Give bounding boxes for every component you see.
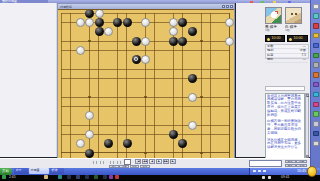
stone-black xyxy=(85,149,94,158)
stone-white xyxy=(225,18,234,27)
tray-icon-1[interactable] xyxy=(253,170,256,173)
info-row: 用时— xyxy=(266,58,308,63)
go-board[interactable] xyxy=(58,9,234,159)
status-app-icon xyxy=(67,175,71,179)
black-player-clock: 10:00 xyxy=(265,35,286,41)
toolbar-icon[interactable] xyxy=(313,141,319,147)
stone-black xyxy=(188,27,197,36)
toolbar-icon[interactable] xyxy=(313,82,319,88)
stone-white xyxy=(95,9,104,18)
white-clock-icon xyxy=(289,38,292,41)
white-player-avatar[interactable] xyxy=(285,7,302,24)
game-info-list: 手数—规则中国贴目7.5用时— xyxy=(265,44,309,59)
tray-icon-3[interactable] xyxy=(263,170,266,173)
status-right-text: 09:41 xyxy=(281,175,290,181)
toolbar-icon[interactable] xyxy=(313,102,319,108)
floating-ball-icon[interactable] xyxy=(307,166,318,177)
status-green-icon xyxy=(2,175,6,179)
black-player-rank: 5段 xyxy=(265,29,285,33)
toolbar-icon[interactable] xyxy=(313,131,319,137)
stone-white xyxy=(85,130,94,139)
stone-white xyxy=(169,18,178,27)
stone-black xyxy=(123,18,132,27)
stone-black xyxy=(169,130,178,139)
screen: 围棋对局室 对局棋盘 黑·棋手 白·棋手 5段 5段 10:00 10:00 手… xyxy=(0,0,320,180)
stone-black xyxy=(132,37,141,46)
start-button[interactable]: 开始 xyxy=(0,168,12,175)
black-clock-icon xyxy=(267,38,270,41)
toolbar-icon[interactable] xyxy=(313,72,319,78)
status-app-icon xyxy=(109,175,113,179)
stone-black xyxy=(188,74,197,83)
maximize-icon[interactable] xyxy=(226,5,229,8)
toolbar-icon[interactable] xyxy=(313,92,319,98)
chat-scrollbar[interactable]: ▲ ▼ xyxy=(305,93,309,160)
white-player-rank: 5段 xyxy=(285,29,305,33)
task-button[interactable]: 棋谱 xyxy=(50,168,64,173)
stone-black xyxy=(95,27,104,36)
toolbar-icon[interactable] xyxy=(313,62,319,68)
nav-button[interactable]: ▶ xyxy=(156,159,162,164)
info-label: 用时 xyxy=(267,58,273,62)
stone-black xyxy=(132,55,141,64)
status-network-icon xyxy=(268,176,271,179)
status-app-icon xyxy=(85,175,89,179)
status-app-icon xyxy=(58,175,62,179)
chat-input[interactable] xyxy=(249,160,282,167)
stone-black xyxy=(123,139,132,148)
nav-button[interactable]: ▶| xyxy=(170,159,176,164)
nav-button[interactable]: |◀ xyxy=(135,159,141,164)
toolbar-icon[interactable] xyxy=(313,13,319,19)
status-app-icon xyxy=(115,175,119,179)
move-navigation-strip: |◀◀◀◀▶▶▶▶| 研究形势数子退出 发送清除设置关闭 xyxy=(0,158,310,168)
move-slider-thumb[interactable] xyxy=(124,159,131,164)
black-player-avatar[interactable] xyxy=(265,7,282,24)
status-app-icon xyxy=(103,175,107,179)
nav-button[interactable]: ◀ xyxy=(149,159,155,164)
right-toolbar xyxy=(310,0,320,168)
toolbar-icon[interactable] xyxy=(313,121,319,127)
status-app-icon xyxy=(44,175,48,179)
stone-white xyxy=(76,46,85,55)
black-player-name: 黑·棋手 xyxy=(265,25,285,29)
chat-paragraph: 白棋右侧一间拆兼顾攻守，黑方靠压寻求转身，局部定型后胜负仍未明朗。 xyxy=(267,120,303,136)
nav-button[interactable]: ◀◀ xyxy=(142,159,148,164)
chat-paragraph: 欢迎进入对局室观看本局棋谱讲解，黑方布局取实地，白方注重中央厚势，双方在上边展开… xyxy=(267,95,303,118)
toolbar-icon[interactable] xyxy=(313,23,319,29)
stone-white xyxy=(141,18,150,27)
task-button[interactable]: 对局室 xyxy=(29,168,49,173)
white-player-clock: 10:00 xyxy=(287,35,308,41)
nav-button[interactable]: ▶▶ xyxy=(163,159,169,164)
stone-black xyxy=(104,139,113,148)
stone-white xyxy=(188,93,197,102)
tray-icon-2[interactable] xyxy=(258,170,261,173)
stone-black xyxy=(85,9,94,18)
send-button[interactable]: 清除 xyxy=(296,160,307,164)
left-panel xyxy=(0,3,57,157)
status-app-icon xyxy=(76,175,80,179)
minimize-icon[interactable] xyxy=(222,5,225,8)
taskbar-clock: 16:45 xyxy=(297,168,306,175)
stone-white xyxy=(188,121,197,130)
status-signal-icon xyxy=(262,176,265,179)
info-value: — xyxy=(303,58,306,62)
toolbar-icon[interactable] xyxy=(313,111,319,117)
close-icon[interactable] xyxy=(230,5,233,8)
status-app-icon xyxy=(94,175,98,179)
board-window: 对局棋盘 xyxy=(57,3,235,160)
taskbar: 开始 大厅对局室棋谱 16:45 xyxy=(0,168,320,175)
stone-white xyxy=(76,18,85,27)
status-left-text: 2:45 xyxy=(9,175,16,181)
toolbar-icon[interactable] xyxy=(313,4,319,10)
toolbar-icon[interactable] xyxy=(313,33,319,39)
stone-white xyxy=(76,139,85,148)
toolbar-icon[interactable] xyxy=(313,43,319,49)
send-button[interactable]: 发送 xyxy=(285,160,296,164)
chat-message-area[interactable]: 欢迎进入对局室观看本局棋谱讲解，黑方布局取实地，白方注重中央厚势，双方在上边展开… xyxy=(265,93,305,160)
stone-black xyxy=(95,18,104,27)
stone-black xyxy=(169,37,178,46)
task-button[interactable]: 大厅 xyxy=(14,168,28,173)
last-move-marker xyxy=(134,57,138,61)
stone-white xyxy=(225,37,234,46)
stone-white xyxy=(141,37,150,46)
panel-field[interactable] xyxy=(265,86,305,91)
toolbar-icon[interactable] xyxy=(313,53,319,59)
white-player-name: 白·棋手 xyxy=(285,25,305,29)
bottom-status-bar: 2:45 09:41 xyxy=(0,175,320,181)
chat-paragraph: 请各位棋友文明观棋，勿在对局中支招，更多讲解请关注大厅公告。 xyxy=(267,139,303,151)
